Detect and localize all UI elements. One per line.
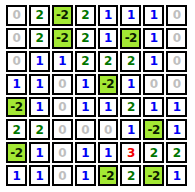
cell-r4c6[interactable]: 1 bbox=[120, 74, 141, 95]
cell-r1c2[interactable]: 2 bbox=[29, 5, 50, 26]
cell-r5c1-mine[interactable]: -2 bbox=[6, 97, 27, 118]
cell-r6c1[interactable]: 2 bbox=[6, 119, 27, 140]
cell-r1c8[interactable]: 0 bbox=[166, 5, 187, 26]
cell-r7c3[interactable]: 0 bbox=[52, 142, 73, 163]
cell-r3c7[interactable]: 1 bbox=[143, 51, 164, 72]
cell-r2c2[interactable]: 2 bbox=[29, 28, 50, 49]
cell-r8c7-mine[interactable]: -2 bbox=[143, 165, 164, 186]
cell-r4c3[interactable]: 0 bbox=[52, 74, 73, 95]
cell-r4c8[interactable]: 0 bbox=[166, 74, 187, 95]
cell-r8c8[interactable]: 1 bbox=[166, 165, 187, 186]
cell-r6c2[interactable]: 2 bbox=[29, 119, 50, 140]
cell-r7c5[interactable]: 1 bbox=[98, 142, 119, 163]
cell-r1c1[interactable]: 0 bbox=[6, 5, 27, 26]
cell-r1c4[interactable]: 2 bbox=[75, 5, 96, 26]
cell-r1c3-mine[interactable]: -2 bbox=[52, 5, 73, 26]
cell-r8c5-mine[interactable]: -2 bbox=[98, 165, 119, 186]
cell-r8c1[interactable]: 1 bbox=[6, 165, 27, 186]
cell-r6c6[interactable]: 1 bbox=[120, 119, 141, 140]
cell-r2c6-mine[interactable]: -2 bbox=[120, 28, 141, 49]
cell-r2c5[interactable]: 1 bbox=[98, 28, 119, 49]
minesweeper-board: 02-22111002-221-210011222101101-2100-210… bbox=[6, 5, 187, 186]
cell-r3c8[interactable]: 0 bbox=[166, 51, 187, 72]
cell-r1c7[interactable]: 1 bbox=[143, 5, 164, 26]
cell-r2c8[interactable]: 0 bbox=[166, 28, 187, 49]
cell-r7c7[interactable]: 2 bbox=[143, 142, 164, 163]
cell-r8c2[interactable]: 1 bbox=[29, 165, 50, 186]
cell-r6c5[interactable]: 0 bbox=[98, 119, 119, 140]
cell-r2c4[interactable]: 2 bbox=[75, 28, 96, 49]
cell-r3c3[interactable]: 1 bbox=[52, 51, 73, 72]
cell-r5c2[interactable]: 1 bbox=[29, 97, 50, 118]
cell-r3c4[interactable]: 2 bbox=[75, 51, 96, 72]
cell-r8c3[interactable]: 0 bbox=[52, 165, 73, 186]
cell-r4c7[interactable]: 0 bbox=[143, 74, 164, 95]
cell-r3c5[interactable]: 2 bbox=[98, 51, 119, 72]
cell-r1c6[interactable]: 1 bbox=[120, 5, 141, 26]
cell-r6c4[interactable]: 0 bbox=[75, 119, 96, 140]
cell-r5c3[interactable]: 0 bbox=[52, 97, 73, 118]
cell-r7c2[interactable]: 1 bbox=[29, 142, 50, 163]
cell-r5c8[interactable]: 1 bbox=[166, 97, 187, 118]
cell-r5c4[interactable]: 1 bbox=[75, 97, 96, 118]
cell-r5c6[interactable]: 2 bbox=[120, 97, 141, 118]
cell-r3c6[interactable]: 2 bbox=[120, 51, 141, 72]
cell-r4c2[interactable]: 1 bbox=[29, 74, 50, 95]
cell-r7c1-mine[interactable]: -2 bbox=[6, 142, 27, 163]
cell-r4c4[interactable]: 1 bbox=[75, 74, 96, 95]
cell-r2c1[interactable]: 0 bbox=[6, 28, 27, 49]
cell-r5c5[interactable]: 1 bbox=[98, 97, 119, 118]
cell-r3c1[interactable]: 0 bbox=[6, 51, 27, 72]
cell-r2c7[interactable]: 1 bbox=[143, 28, 164, 49]
cell-r6c7-mine[interactable]: -2 bbox=[143, 119, 164, 140]
cell-r6c8[interactable]: 1 bbox=[166, 119, 187, 140]
cell-r6c3[interactable]: 0 bbox=[52, 119, 73, 140]
cell-r4c5-mine[interactable]: -2 bbox=[98, 74, 119, 95]
cell-r5c7[interactable]: 1 bbox=[143, 97, 164, 118]
cell-r8c4[interactable]: 1 bbox=[75, 165, 96, 186]
cell-r1c5[interactable]: 1 bbox=[98, 5, 119, 26]
cell-r2c3-mine[interactable]: -2 bbox=[52, 28, 73, 49]
cell-r4c1[interactable]: 1 bbox=[6, 74, 27, 95]
cell-r7c6[interactable]: 3 bbox=[120, 142, 141, 163]
cell-r8c6[interactable]: 2 bbox=[120, 165, 141, 186]
cell-r7c4[interactable]: 1 bbox=[75, 142, 96, 163]
cell-r3c2[interactable]: 1 bbox=[29, 51, 50, 72]
cell-r7c8[interactable]: 2 bbox=[166, 142, 187, 163]
minesweeper-page: 02-22111002-221-210011222101101-2100-210… bbox=[0, 0, 195, 192]
